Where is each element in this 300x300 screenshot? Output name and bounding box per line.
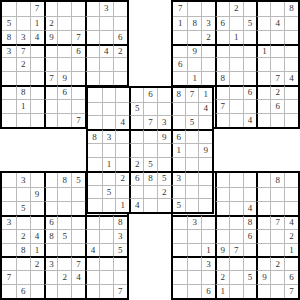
cell-r19c2[interactable]: [16, 256, 30, 270]
cell-r8c1[interactable]: [2, 99, 16, 113]
cell-r8c16: 7: [215, 99, 229, 113]
cell-r21c7[interactable]: [85, 284, 99, 298]
cell-r8c4[interactable]: [44, 99, 58, 113]
cell-r5c14[interactable]: [187, 57, 201, 71]
cell-r21c18[interactable]: [243, 284, 257, 298]
cell-r1c19[interactable]: [256, 2, 270, 16]
cell-r15c14[interactable]: [185, 198, 199, 212]
cell-r21c4[interactable]: [44, 284, 58, 298]
cell-r16c6[interactable]: [71, 215, 85, 229]
cell-r6c13[interactable]: [173, 71, 187, 85]
cell-r12c14[interactable]: [185, 157, 199, 171]
cell-r7c3[interactable]: [30, 85, 44, 99]
cell-r13c7[interactable]: [88, 171, 102, 185]
cell-r19c20: 2: [270, 256, 284, 270]
cell-r17c20[interactable]: [270, 229, 284, 243]
cell-r7c6[interactable]: [71, 85, 85, 99]
cell-r7c16[interactable]: [215, 85, 229, 99]
cell-r4c20[interactable]: [270, 44, 284, 58]
cell-r17c21: 2: [284, 229, 298, 243]
cell-r9c4[interactable]: [44, 113, 58, 127]
cell-r7c8[interactable]: [102, 88, 116, 102]
cell-r8c21[interactable]: [284, 99, 298, 113]
cell-r1c21: 8: [284, 2, 298, 16]
cell-r11c14[interactable]: [185, 143, 199, 157]
cell-r21c5[interactable]: [57, 284, 71, 298]
cell-r16c21: 4: [284, 215, 298, 229]
cell-r8c17[interactable]: [229, 99, 243, 113]
cell-r13c18[interactable]: [243, 173, 257, 187]
cell-r17c8[interactable]: [99, 229, 113, 243]
cell-r18c1[interactable]: [2, 243, 16, 257]
cell-r2c13: 1: [173, 16, 187, 30]
cell-r9c17[interactable]: [229, 113, 243, 127]
cell-r3c13[interactable]: [173, 30, 187, 44]
cell-r11c7[interactable]: [88, 143, 102, 157]
cell-r1c18[interactable]: [243, 2, 257, 16]
cell-r21c14[interactable]: [187, 284, 201, 298]
cell-r9c8[interactable]: [102, 115, 116, 129]
cell-r12c7[interactable]: [88, 157, 102, 171]
cell-r1c7[interactable]: [85, 2, 99, 16]
cell-r7c4[interactable]: [44, 85, 58, 99]
cell-r16c8[interactable]: [99, 215, 113, 229]
cell-r10c10[interactable]: [129, 129, 143, 143]
cell-r3c20[interactable]: [270, 30, 284, 44]
cell-r5c8[interactable]: [99, 57, 113, 71]
cell-r21c9: 7: [113, 284, 127, 298]
cell-r2c9[interactable]: [113, 16, 127, 30]
cell-r10c14[interactable]: [185, 129, 199, 143]
cell-r19c15: 3: [201, 256, 215, 270]
cell-r3c16[interactable]: [215, 30, 229, 44]
cell-r19c16[interactable]: [215, 256, 229, 270]
cell-r1c8: 3: [99, 2, 113, 16]
cell-r21c1[interactable]: [2, 284, 16, 298]
cell-r18c14[interactable]: [187, 243, 201, 257]
cell-r5c19[interactable]: [256, 57, 270, 71]
cell-r8c11[interactable]: [143, 102, 157, 116]
cell-r5c6[interactable]: [71, 57, 85, 71]
cell-r21c3[interactable]: [30, 284, 44, 298]
cell-r9c15[interactable]: [198, 115, 212, 129]
cell-r18c7: 4: [85, 243, 99, 257]
cell-r16c14: 3: [187, 215, 201, 229]
cell-r4c13[interactable]: [173, 44, 187, 58]
cell-r8c18[interactable]: [243, 99, 257, 113]
cell-r14c15[interactable]: [198, 185, 212, 199]
cell-r19c17[interactable]: [229, 256, 243, 270]
cell-r13c16[interactable]: [215, 173, 229, 187]
cell-r5c15[interactable]: [201, 57, 215, 71]
cell-r21c20[interactable]: [270, 284, 284, 298]
cell-r17c1[interactable]: [2, 229, 16, 243]
cell-r8c9[interactable]: [115, 102, 129, 116]
cell-r10c11[interactable]: [143, 129, 157, 143]
cell-r8c12[interactable]: [157, 102, 171, 116]
cell-r18c20[interactable]: [270, 243, 284, 257]
cell-r20c15[interactable]: [201, 270, 215, 284]
cell-r1c15[interactable]: [201, 2, 215, 16]
cell-r7c12[interactable]: [157, 88, 171, 102]
cell-r15c15[interactable]: [198, 198, 212, 212]
cell-r13c19[interactable]: [256, 173, 270, 187]
cell-r14c9[interactable]: [115, 185, 129, 199]
cell-r12c12[interactable]: [157, 157, 171, 171]
cell-r2c6[interactable]: [71, 16, 85, 30]
cell-r13c1[interactable]: [2, 173, 16, 187]
cell-r6c15[interactable]: [201, 71, 215, 85]
cell-r9c3[interactable]: [30, 113, 44, 127]
cell-r9c9: 4: [115, 115, 129, 129]
cell-r13c2: 3: [16, 173, 30, 187]
cell-r20c2[interactable]: [16, 270, 30, 284]
cell-r14c11[interactable]: [143, 185, 157, 199]
cell-r1c3: 7: [30, 2, 44, 16]
cell-r13c4[interactable]: [44, 173, 58, 187]
cell-r2c4: 2: [44, 16, 58, 30]
cell-r4c5[interactable]: [57, 44, 71, 58]
cell-r5c5[interactable]: [57, 57, 71, 71]
cell-r20c7[interactable]: [85, 270, 99, 284]
cell-r13c14[interactable]: [185, 171, 199, 185]
cell-r18c19[interactable]: [256, 243, 270, 257]
cell-r7c21[interactable]: [284, 85, 298, 99]
cell-r6c6[interactable]: [71, 71, 85, 85]
cell-r14c2[interactable]: [16, 187, 30, 201]
cell-r14c14[interactable]: [185, 185, 199, 199]
cell-r3c4: 9: [44, 30, 58, 44]
cell-r19c19[interactable]: [256, 256, 270, 270]
cell-r5c1[interactable]: [2, 57, 16, 71]
cell-r5c4[interactable]: [44, 57, 58, 71]
cell-r11c11[interactable]: [143, 143, 157, 157]
cell-r17c19[interactable]: [256, 229, 270, 243]
cell-r21c8[interactable]: [99, 284, 113, 298]
cell-r9c5[interactable]: [57, 113, 71, 127]
cell-r4c1: 3: [2, 44, 16, 58]
cell-r5c21[interactable]: [284, 57, 298, 71]
cell-r3c17: 1: [229, 30, 243, 44]
cell-r20c13[interactable]: [173, 270, 187, 284]
cell-r14c16[interactable]: [215, 187, 229, 201]
cell-r7c1[interactable]: [2, 85, 16, 99]
cell-r21c16: 1: [215, 284, 229, 298]
cell-r16c3[interactable]: [30, 215, 44, 229]
cell-r8c14[interactable]: [185, 102, 199, 116]
cell-r18c16: 9: [215, 243, 229, 257]
cell-r13c17[interactable]: [229, 173, 243, 187]
cell-r3c5[interactable]: [57, 30, 71, 44]
cell-r19c1[interactable]: [2, 256, 16, 270]
cell-r19c3: 2: [30, 256, 44, 270]
cell-r9c20[interactable]: [270, 113, 284, 127]
cell-r4c7[interactable]: [85, 44, 99, 58]
cell-r15c18: 4: [243, 201, 257, 215]
cell-r2c3: 1: [30, 16, 44, 30]
cell-r6c9[interactable]: [113, 71, 127, 85]
cell-r4c15[interactable]: [201, 44, 215, 58]
cell-r15c6[interactable]: [71, 201, 85, 215]
cell-r8c6[interactable]: [71, 99, 85, 113]
cell-r12c13[interactable]: [171, 157, 185, 171]
cell-r15c20[interactable]: [270, 201, 284, 215]
cell-r18c21: 1: [284, 243, 298, 257]
cell-r2c16: 6: [215, 16, 229, 30]
cell-r7c15: 1: [198, 88, 212, 102]
cell-r3c6: 7: [71, 30, 85, 44]
cell-r4c2: 7: [16, 44, 30, 58]
cell-r2c18: 5: [243, 16, 257, 30]
cell-r8c7[interactable]: [88, 102, 102, 116]
cell-r15c7[interactable]: [88, 198, 102, 212]
cell-r11c9[interactable]: [115, 143, 129, 157]
cell-r15c8[interactable]: [102, 198, 116, 212]
cell-r17c13[interactable]: [173, 229, 187, 243]
cell-r2c17[interactable]: [229, 16, 243, 30]
cell-r15c11[interactable]: [143, 198, 157, 212]
cell-r18c2: 8: [16, 243, 30, 257]
cell-r11c12[interactable]: [157, 143, 171, 157]
cell-r12c9[interactable]: [115, 157, 129, 171]
cell-r11c8[interactable]: [102, 143, 116, 157]
cell-r9c16[interactable]: [215, 113, 229, 127]
cell-r4c18[interactable]: [243, 44, 257, 58]
cell-r2c19[interactable]: [256, 16, 270, 30]
cell-r1c6[interactable]: [71, 2, 85, 16]
cell-r19c13[interactable]: [173, 256, 187, 270]
cell-r1c2[interactable]: [16, 2, 30, 16]
cell-r21c17[interactable]: [229, 284, 243, 298]
cell-r4c21[interactable]: [284, 44, 298, 58]
cell-r17c15[interactable]: [201, 229, 215, 243]
cell-r15c5[interactable]: [57, 201, 71, 215]
cell-r14c19[interactable]: [256, 187, 270, 201]
cell-r16c13[interactable]: [173, 215, 187, 229]
cell-r20c20[interactable]: [270, 270, 284, 284]
cell-r7c10[interactable]: [129, 88, 143, 102]
cell-r2c5[interactable]: [57, 16, 71, 30]
cell-r1c4[interactable]: [44, 2, 58, 16]
cell-r13c10: 6: [129, 171, 143, 185]
cell-r9c6: 7: [71, 113, 85, 127]
cell-r9c10[interactable]: [129, 115, 143, 129]
cell-r1c9[interactable]: [113, 2, 127, 16]
cell-r19c8[interactable]: [99, 256, 113, 270]
cell-r5c20[interactable]: [270, 57, 284, 71]
cell-r15c19[interactable]: [256, 201, 270, 215]
cell-r8c20: 6: [270, 99, 284, 113]
cell-r1c20[interactable]: [270, 2, 284, 16]
cell-r19c21[interactable]: [284, 256, 298, 270]
cell-r9c7[interactable]: [88, 115, 102, 129]
cell-r9c21[interactable]: [284, 113, 298, 127]
cell-r16c16[interactable]: [215, 215, 229, 229]
cell-r17c14[interactable]: [187, 229, 201, 243]
cell-r18c13[interactable]: [173, 243, 187, 257]
cell-r15c21[interactable]: [284, 201, 298, 215]
cell-r9c11: 7: [143, 115, 157, 129]
cell-r15c16[interactable]: [215, 201, 229, 215]
cell-r20c3[interactable]: [30, 270, 44, 284]
cell-r14c10[interactable]: [129, 185, 143, 199]
cell-r14c13[interactable]: [171, 185, 185, 199]
cell-r16c19[interactable]: [256, 215, 270, 229]
cell-r10c15[interactable]: [198, 129, 212, 143]
cell-r1c14[interactable]: [187, 2, 201, 16]
cell-r3c7[interactable]: [85, 30, 99, 44]
cell-r6c7[interactable]: [85, 71, 99, 85]
cell-r10c9[interactable]: [115, 129, 129, 143]
cell-r17c16[interactable]: [215, 229, 229, 243]
cell-r21c19[interactable]: [256, 284, 270, 298]
cell-r5c16[interactable]: [215, 57, 229, 71]
cell-r6c1[interactable]: [2, 71, 16, 85]
cell-r1c5[interactable]: [57, 2, 71, 16]
cell-r17c6[interactable]: [71, 229, 85, 243]
cell-r7c17[interactable]: [229, 85, 243, 99]
cell-r19c14[interactable]: [187, 256, 201, 270]
cell-r15c13: 5: [171, 198, 185, 212]
cell-r18c8[interactable]: [99, 243, 113, 257]
cell-r1c16[interactable]: [215, 2, 229, 16]
cell-r18c18[interactable]: [243, 243, 257, 257]
cell-r6c17[interactable]: [229, 71, 243, 85]
cell-r8c15: 4: [198, 102, 212, 116]
cell-r6c18[interactable]: [243, 71, 257, 85]
cell-r14c5[interactable]: [57, 187, 71, 201]
cell-r13c15[interactable]: [198, 171, 212, 185]
cell-r3c1: 8: [2, 30, 16, 44]
cell-r13c3[interactable]: [30, 173, 44, 187]
cell-r15c12[interactable]: [157, 198, 171, 212]
cell-r14c17[interactable]: [229, 187, 243, 201]
cell-r16c2[interactable]: [16, 215, 30, 229]
cell-r15c3[interactable]: [30, 201, 44, 215]
cell-r4c8: 4: [99, 44, 113, 58]
cell-r19c18[interactable]: [243, 256, 257, 270]
samurai-sudoku-board: 7351283497637642279861772818365421916187…: [0, 0, 300, 300]
cell-r4c4[interactable]: [44, 44, 58, 58]
cell-r17c5: 5: [57, 229, 71, 243]
cell-r18c4[interactable]: [44, 243, 58, 257]
cell-r14c7[interactable]: [88, 185, 102, 199]
cell-r9c19[interactable]: [256, 113, 270, 127]
cell-r2c8[interactable]: [99, 16, 113, 30]
cell-r9c2[interactable]: [16, 113, 30, 127]
cell-r3c19[interactable]: [256, 30, 270, 44]
cell-r5c9[interactable]: [113, 57, 127, 71]
cell-r5c17[interactable]: [229, 57, 243, 71]
cell-r3c14[interactable]: [187, 30, 201, 44]
cell-r7c2: 8: [16, 85, 30, 99]
cell-r4c16[interactable]: [215, 44, 229, 58]
cell-r5c18[interactable]: [243, 57, 257, 71]
cell-r5c13: 6: [173, 57, 187, 71]
cell-r16c15[interactable]: [201, 215, 215, 229]
cell-r7c7[interactable]: [88, 88, 102, 102]
cell-r2c2[interactable]: [16, 16, 30, 30]
cell-r19c9[interactable]: [113, 256, 127, 270]
cell-r18c6[interactable]: [71, 243, 85, 257]
cell-r11c10[interactable]: [129, 143, 143, 157]
cell-r19c7[interactable]: [85, 256, 99, 270]
cell-r3c21[interactable]: [284, 30, 298, 44]
cell-r20c18: 5: [243, 270, 257, 284]
cell-r20c17[interactable]: [229, 270, 243, 284]
cell-r2c1: 5: [2, 16, 16, 30]
cell-r5c7[interactable]: [85, 57, 99, 71]
cell-r20c5: 2: [57, 270, 71, 284]
cell-r14c21[interactable]: [284, 187, 298, 201]
cell-r6c3[interactable]: [30, 71, 44, 85]
cell-r9c13[interactable]: [171, 115, 185, 129]
cell-r20c14[interactable]: [187, 270, 201, 284]
cell-r6c21: 4: [284, 71, 298, 85]
cell-r9c1[interactable]: [2, 113, 16, 127]
cell-r2c21[interactable]: [284, 16, 298, 30]
cell-r1c17: 2: [229, 2, 243, 16]
cell-r4c17[interactable]: [229, 44, 243, 58]
cell-r1c1[interactable]: [2, 2, 16, 16]
cell-r15c1[interactable]: [2, 201, 16, 215]
cell-r16c9: 8: [113, 215, 127, 229]
cell-r17c17[interactable]: [229, 229, 243, 243]
cell-r12c15[interactable]: [198, 157, 212, 171]
cell-r17c18: 6: [243, 229, 257, 243]
cell-r13c21[interactable]: [284, 173, 298, 187]
cell-r13c8[interactable]: [102, 171, 116, 185]
cell-r16c7[interactable]: [85, 215, 99, 229]
cell-r21c6[interactable]: [71, 284, 85, 298]
cell-r3c8[interactable]: [99, 30, 113, 44]
cell-r2c20: 4: [270, 16, 284, 30]
cell-r4c3[interactable]: [30, 44, 44, 58]
cell-r8c3[interactable]: [30, 99, 44, 113]
cell-r19c5[interactable]: [57, 256, 71, 270]
cell-r18c5[interactable]: [57, 243, 71, 257]
cell-r7c19[interactable]: [256, 85, 270, 99]
cell-r8c19[interactable]: [256, 99, 270, 113]
cell-r16c5[interactable]: [57, 215, 71, 229]
cell-r14c1[interactable]: [2, 187, 16, 201]
cell-r14c6[interactable]: [71, 187, 85, 201]
cell-r14c4[interactable]: [44, 187, 58, 201]
cell-r3c18[interactable]: [243, 30, 257, 44]
cell-r6c2[interactable]: [16, 71, 30, 85]
cell-r20c8[interactable]: [99, 270, 113, 284]
cell-r20c9[interactable]: [113, 270, 127, 284]
cell-r8c5[interactable]: [57, 99, 71, 113]
cell-r8c8[interactable]: [102, 102, 116, 116]
cell-r14c18[interactable]: [243, 187, 257, 201]
cell-r2c7[interactable]: [85, 16, 99, 30]
cell-r7c9[interactable]: [115, 88, 129, 102]
cell-r8c13[interactable]: [171, 102, 185, 116]
cell-r6c19[interactable]: [256, 71, 270, 85]
cell-r15c4[interactable]: [44, 201, 58, 215]
cell-r5c3[interactable]: [30, 57, 44, 71]
cell-r9c18: 4: [243, 113, 257, 127]
cell-r21c13[interactable]: [173, 284, 187, 298]
cell-r16c17[interactable]: [229, 215, 243, 229]
cell-r20c4[interactable]: [44, 270, 58, 284]
cell-r15c17[interactable]: [229, 201, 243, 215]
cell-r14c20[interactable]: [270, 187, 284, 201]
cell-r6c8[interactable]: [99, 71, 113, 85]
cell-r7c11: 6: [143, 88, 157, 102]
cell-r17c7[interactable]: [85, 229, 99, 243]
